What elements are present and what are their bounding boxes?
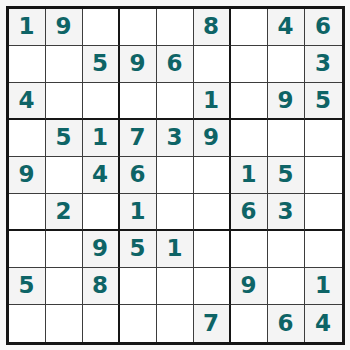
- cell-r3c2[interactable]: [46, 83, 83, 120]
- cell-r1c5[interactable]: [157, 9, 194, 46]
- cell-r7c7[interactable]: [231, 231, 268, 268]
- cell-r5c5[interactable]: [157, 157, 194, 194]
- cell-r2c7[interactable]: [231, 46, 268, 83]
- cell-r8c9[interactable]: 1: [305, 268, 342, 305]
- cell-r4c6[interactable]: 9: [194, 120, 231, 157]
- cell-r4c2[interactable]: 5: [46, 120, 83, 157]
- cell-r4c8[interactable]: [268, 120, 305, 157]
- cell-r1c2[interactable]: 9: [46, 9, 83, 46]
- cell-r7c9[interactable]: [305, 231, 342, 268]
- cell-r4c9[interactable]: [305, 120, 342, 157]
- cell-r9c8[interactable]: 6: [268, 305, 305, 342]
- cell-r1c9[interactable]: 6: [305, 9, 342, 46]
- cell-r7c1[interactable]: [9, 231, 46, 268]
- cell-r2c9[interactable]: 3: [305, 46, 342, 83]
- cell-r1c6[interactable]: 8: [194, 9, 231, 46]
- cell-r4c1[interactable]: [9, 120, 46, 157]
- cell-r4c5[interactable]: 3: [157, 120, 194, 157]
- cell-r8c4[interactable]: [120, 268, 157, 305]
- cell-r3c7[interactable]: [231, 83, 268, 120]
- cell-r1c3[interactable]: [83, 9, 120, 46]
- cell-r2c3[interactable]: 5: [83, 46, 120, 83]
- cell-r5c2[interactable]: [46, 157, 83, 194]
- cell-r6c6[interactable]: [194, 194, 231, 231]
- cell-r2c5[interactable]: 6: [157, 46, 194, 83]
- cell-r9c6[interactable]: 7: [194, 305, 231, 342]
- cell-r7c2[interactable]: [46, 231, 83, 268]
- cell-r8c8[interactable]: [268, 268, 305, 305]
- cell-r6c9[interactable]: [305, 194, 342, 231]
- cell-r7c5[interactable]: 1: [157, 231, 194, 268]
- cell-r6c2[interactable]: 2: [46, 194, 83, 231]
- cell-r4c3[interactable]: 1: [83, 120, 120, 157]
- cell-r8c2[interactable]: [46, 268, 83, 305]
- cell-r5c3[interactable]: 4: [83, 157, 120, 194]
- cell-r2c4[interactable]: 9: [120, 46, 157, 83]
- cell-r8c1[interactable]: 5: [9, 268, 46, 305]
- cell-r7c3[interactable]: 9: [83, 231, 120, 268]
- cell-r3c3[interactable]: [83, 83, 120, 120]
- cell-r7c8[interactable]: [268, 231, 305, 268]
- cell-r9c5[interactable]: [157, 305, 194, 342]
- cell-r9c7[interactable]: [231, 305, 268, 342]
- cell-r8c5[interactable]: [157, 268, 194, 305]
- cell-r3c4[interactable]: [120, 83, 157, 120]
- cell-r5c1[interactable]: 9: [9, 157, 46, 194]
- cell-r1c4[interactable]: [120, 9, 157, 46]
- cell-r6c8[interactable]: 3: [268, 194, 305, 231]
- cell-r6c5[interactable]: [157, 194, 194, 231]
- cell-r4c7[interactable]: [231, 120, 268, 157]
- cell-r9c3[interactable]: [83, 305, 120, 342]
- cell-r4c4[interactable]: 7: [120, 120, 157, 157]
- cell-r5c4[interactable]: 6: [120, 157, 157, 194]
- cell-r1c8[interactable]: 4: [268, 9, 305, 46]
- cell-r3c9[interactable]: 5: [305, 83, 342, 120]
- cell-r2c1[interactable]: [9, 46, 46, 83]
- cell-r3c6[interactable]: 1: [194, 83, 231, 120]
- cell-r1c1[interactable]: 1: [9, 9, 46, 46]
- cell-r2c8[interactable]: [268, 46, 305, 83]
- cell-r9c2[interactable]: [46, 305, 83, 342]
- cell-r5c9[interactable]: [305, 157, 342, 194]
- cell-r7c6[interactable]: [194, 231, 231, 268]
- cell-r6c1[interactable]: [9, 194, 46, 231]
- cell-r8c6[interactable]: [194, 268, 231, 305]
- cell-r9c4[interactable]: [120, 305, 157, 342]
- cell-r6c7[interactable]: 6: [231, 194, 268, 231]
- cell-r5c8[interactable]: 5: [268, 157, 305, 194]
- cell-r9c1[interactable]: [9, 305, 46, 342]
- cell-r9c9[interactable]: 4: [305, 305, 342, 342]
- cell-r1c7[interactable]: [231, 9, 268, 46]
- cell-r3c5[interactable]: [157, 83, 194, 120]
- cell-r6c4[interactable]: 1: [120, 194, 157, 231]
- cell-r8c7[interactable]: 9: [231, 268, 268, 305]
- cell-r3c1[interactable]: 4: [9, 83, 46, 120]
- cell-r2c2[interactable]: [46, 46, 83, 83]
- sudoku-board: 1984659634195517399461521639515891764: [6, 6, 345, 345]
- cell-r2c6[interactable]: [194, 46, 231, 83]
- cell-r8c3[interactable]: 8: [83, 268, 120, 305]
- cell-r3c8[interactable]: 9: [268, 83, 305, 120]
- cell-r6c3[interactable]: [83, 194, 120, 231]
- cell-r5c7[interactable]: 1: [231, 157, 268, 194]
- cell-r5c6[interactable]: [194, 157, 231, 194]
- cell-r7c4[interactable]: 5: [120, 231, 157, 268]
